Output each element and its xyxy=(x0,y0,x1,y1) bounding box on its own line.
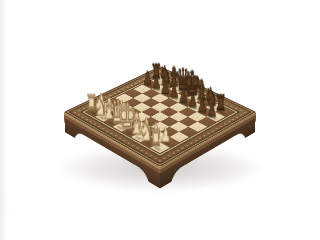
product-photo: ♜♞♝♛♚♝♞♜♟♟♟♟♟♟♟♟♟♟♟♟♟♟♟♟♜♞♝♛♚♝♞♜ xyxy=(0,0,320,214)
square-h1[interactable]: ♜ xyxy=(150,142,170,153)
chess-board-3d: ♜♞♝♛♚♝♞♜♟♟♟♟♟♟♟♟♟♟♟♟♟♟♟♟♜♞♝♛♚♝♞♜ xyxy=(64,66,256,167)
board-frame: ♜♞♝♛♚♝♞♜♟♟♟♟♟♟♟♟♟♟♟♟♟♟♟♟♜♞♝♛♚♝♞♜ xyxy=(64,66,256,167)
piece-white-rook[interactable]: ♜ xyxy=(144,127,168,150)
scene: ♜♞♝♛♚♝♞♜♟♟♟♟♟♟♟♟♟♟♟♟♟♟♟♟♜♞♝♛♚♝♞♜ xyxy=(0,0,320,214)
piece-black-pawn[interactable]: ♟ xyxy=(201,100,223,119)
